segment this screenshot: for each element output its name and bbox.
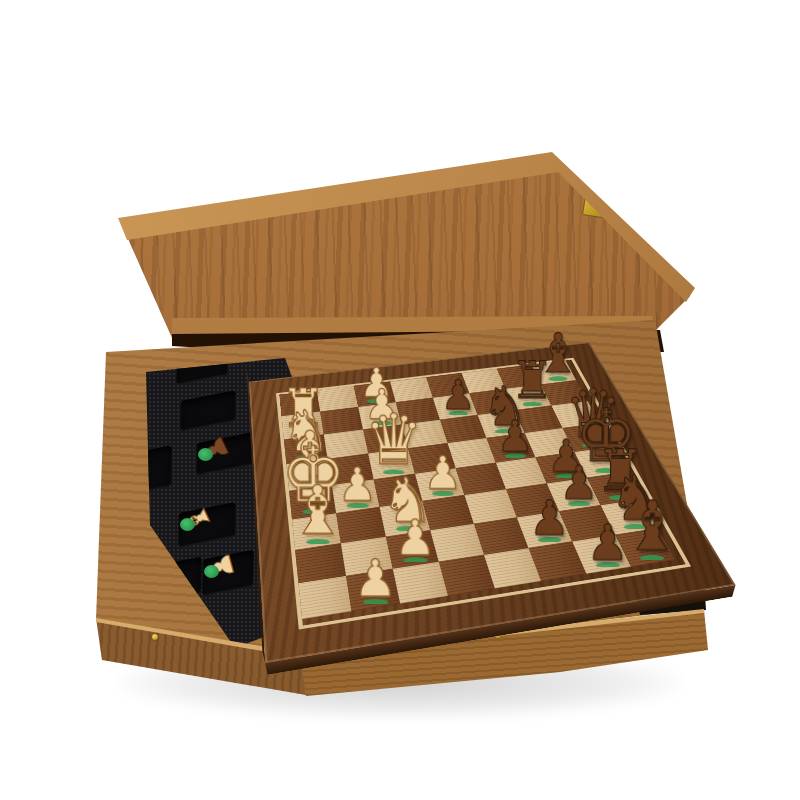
pawn-glyph: ♟ [394,513,436,562]
pawn-glyph: ♟ [353,552,397,604]
pawn-glyph: ♟ [497,414,534,458]
board-grid: ♟♝♜♟♟♜♞♞♝♛♟♛♚♟♟♟♚♝♞♟♜♟♟♞♟♟♝ [279,360,685,626]
tray-piece-white-bishop[interactable]: ♝ [184,504,211,534]
piece-black-bishop-h8[interactable]: ♝ [623,492,682,561]
piece-white-bishop-f1[interactable]: ♝ [289,477,346,544]
maple-inlay-border: ♟♝♜♟♟♜♞♞♝♛♟♛♚♟♟♟♚♝♞♟♜♟♟♞♟♟♝ [276,358,691,630]
piece-white-pawn-g3[interactable]: ♟ [394,513,436,562]
square-d6[interactable]: ♟ [486,433,535,463]
tray-piece-black-pawn[interactable]: ♟ [202,434,229,464]
bishop-glyph: ♝ [623,492,682,561]
square-h2[interactable]: ♟ [346,569,400,611]
tray-slot-2 [180,390,236,431]
piece-white-pawn-h2[interactable]: ♟ [353,552,397,604]
piece-black-pawn-g6[interactable]: ♟ [529,494,570,542]
square-h3[interactable] [393,562,448,604]
bishop-glyph: ♝ [289,477,346,544]
product-photo-scene: ♟♝♟♟ ♟♝♜♟♟♜♞♞♝♛♟♛♚♟♟♟♚♝♞♟♜♟♟♞♟♟♝ [0,0,800,800]
pawn-glyph: ♟ [441,374,476,415]
pawn-glyph: ♟ [529,494,570,542]
brass-pin-left [152,634,158,640]
square-f1[interactable]: ♝ [292,513,341,550]
felt-base [180,518,195,531]
felt-base [204,565,219,578]
square-g1[interactable] [295,543,346,583]
felt-base [198,448,213,461]
pawn-glyph: ♟ [587,518,629,568]
piece-black-pawn-b5[interactable]: ♟ [441,374,476,415]
piece-black-pawn-d6[interactable]: ♟ [497,414,534,458]
square-h1[interactable] [299,576,352,619]
piece-black-pawn-h7[interactable]: ♟ [587,518,629,568]
tray-piece-white-pawn[interactable]: ♟ [208,551,235,581]
